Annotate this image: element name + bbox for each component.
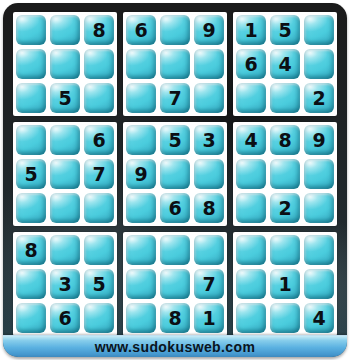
cell-r1c8[interactable]: 5 [270, 15, 300, 45]
cell-r6c9[interactable] [304, 193, 334, 223]
cell-r5c2[interactable] [50, 159, 80, 189]
cell-r5c4[interactable]: 9 [126, 159, 156, 189]
cell-r4c1[interactable] [16, 125, 46, 155]
cell-r8c1[interactable] [16, 269, 46, 299]
cell-r8c3[interactable]: 5 [84, 269, 114, 299]
cell-r7c9[interactable] [304, 235, 334, 265]
cell-r2c9[interactable] [304, 49, 334, 79]
sudoku-board: 8569715642657539684892835678114 [13, 12, 337, 336]
cell-r2c7[interactable]: 6 [236, 49, 266, 79]
cell-r9c2[interactable]: 6 [50, 303, 80, 333]
cell-r6c1[interactable] [16, 193, 46, 223]
cell-r3c6[interactable] [194, 83, 224, 113]
cell-r1c7[interactable]: 1 [236, 15, 266, 45]
cell-r4c3[interactable]: 6 [84, 125, 114, 155]
cell-r4c5[interactable]: 5 [160, 125, 190, 155]
sudoku-plaque: 8569715642657539684892835678114 www.sudo… [3, 3, 347, 357]
cell-r7c5[interactable] [160, 235, 190, 265]
block-r2c3: 4892 [233, 122, 337, 226]
cell-r7c7[interactable] [236, 235, 266, 265]
block-r3c2: 781 [123, 232, 227, 336]
cell-r8c8[interactable]: 1 [270, 269, 300, 299]
cell-r8c7[interactable] [236, 269, 266, 299]
cell-r1c3[interactable]: 8 [84, 15, 114, 45]
cell-r7c1[interactable]: 8 [16, 235, 46, 265]
block-r1c3: 15642 [233, 12, 337, 116]
cell-r6c5[interactable]: 6 [160, 193, 190, 223]
block-r1c2: 697 [123, 12, 227, 116]
cell-r6c8[interactable]: 2 [270, 193, 300, 223]
cell-r3c5[interactable]: 7 [160, 83, 190, 113]
site-url: www.sudokusweb.com [95, 339, 256, 355]
cell-r7c2[interactable] [50, 235, 80, 265]
cell-r1c2[interactable] [50, 15, 80, 45]
cell-r8c4[interactable] [126, 269, 156, 299]
cell-r1c4[interactable]: 6 [126, 15, 156, 45]
cell-r5c8[interactable] [270, 159, 300, 189]
cell-r3c4[interactable] [126, 83, 156, 113]
cell-r4c6[interactable]: 3 [194, 125, 224, 155]
cell-r9c1[interactable] [16, 303, 46, 333]
cell-r4c4[interactable] [126, 125, 156, 155]
cell-r5c7[interactable] [236, 159, 266, 189]
cell-r5c3[interactable]: 7 [84, 159, 114, 189]
cell-r1c5[interactable] [160, 15, 190, 45]
cell-r5c5[interactable] [160, 159, 190, 189]
cell-r5c9[interactable] [304, 159, 334, 189]
cell-r9c3[interactable] [84, 303, 114, 333]
cell-r8c5[interactable] [160, 269, 190, 299]
cell-r7c3[interactable] [84, 235, 114, 265]
cell-r5c1[interactable]: 5 [16, 159, 46, 189]
cell-r8c9[interactable] [304, 269, 334, 299]
cell-r3c9[interactable]: 2 [304, 83, 334, 113]
block-r2c1: 657 [13, 122, 117, 226]
cell-r6c2[interactable] [50, 193, 80, 223]
cell-r9c9[interactable]: 4 [304, 303, 334, 333]
cell-r7c4[interactable] [126, 235, 156, 265]
cell-r3c3[interactable] [84, 83, 114, 113]
cell-r9c8[interactable] [270, 303, 300, 333]
cell-r3c7[interactable] [236, 83, 266, 113]
cell-r2c8[interactable]: 4 [270, 49, 300, 79]
cell-r4c9[interactable]: 9 [304, 125, 334, 155]
cell-r3c2[interactable]: 5 [50, 83, 80, 113]
cell-r2c1[interactable] [16, 49, 46, 79]
sudoku-page: 8569715642657539684892835678114 www.sudo… [0, 0, 350, 360]
cell-r1c6[interactable]: 9 [194, 15, 224, 45]
cell-r9c7[interactable] [236, 303, 266, 333]
cell-r2c6[interactable] [194, 49, 224, 79]
cell-r7c8[interactable] [270, 235, 300, 265]
cell-r4c8[interactable]: 8 [270, 125, 300, 155]
cell-r1c9[interactable] [304, 15, 334, 45]
cell-r6c6[interactable]: 8 [194, 193, 224, 223]
cell-r2c3[interactable] [84, 49, 114, 79]
cell-r3c8[interactable] [270, 83, 300, 113]
cell-r7c6[interactable] [194, 235, 224, 265]
cell-r6c4[interactable] [126, 193, 156, 223]
footer-band: www.sudokusweb.com [3, 335, 347, 357]
cell-r6c7[interactable] [236, 193, 266, 223]
cell-r2c5[interactable] [160, 49, 190, 79]
cell-r2c2[interactable] [50, 49, 80, 79]
cell-r1c1[interactable] [16, 15, 46, 45]
cell-r8c6[interactable]: 7 [194, 269, 224, 299]
cell-r5c6[interactable] [194, 159, 224, 189]
cell-r2c4[interactable] [126, 49, 156, 79]
cell-r9c4[interactable] [126, 303, 156, 333]
cell-r3c1[interactable] [16, 83, 46, 113]
block-r1c1: 85 [13, 12, 117, 116]
cell-r9c5[interactable]: 8 [160, 303, 190, 333]
cell-r9c6[interactable]: 1 [194, 303, 224, 333]
block-r2c2: 53968 [123, 122, 227, 226]
cell-r6c3[interactable] [84, 193, 114, 223]
cell-r4c7[interactable]: 4 [236, 125, 266, 155]
cell-r4c2[interactable] [50, 125, 80, 155]
block-r3c3: 14 [233, 232, 337, 336]
block-r3c1: 8356 [13, 232, 117, 336]
cell-r8c2[interactable]: 3 [50, 269, 80, 299]
